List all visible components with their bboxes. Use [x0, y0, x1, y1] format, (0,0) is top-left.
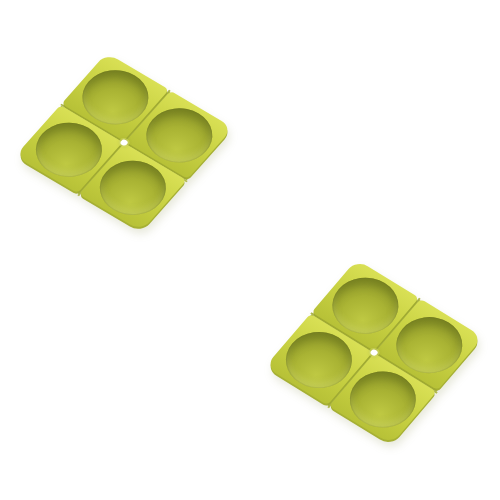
mold-body — [265, 259, 483, 444]
mold-body — [15, 53, 233, 232]
product-photo-canvas — [0, 0, 500, 500]
mold-upper-left — [46, 64, 202, 220]
mold-lower-right — [296, 274, 452, 430]
